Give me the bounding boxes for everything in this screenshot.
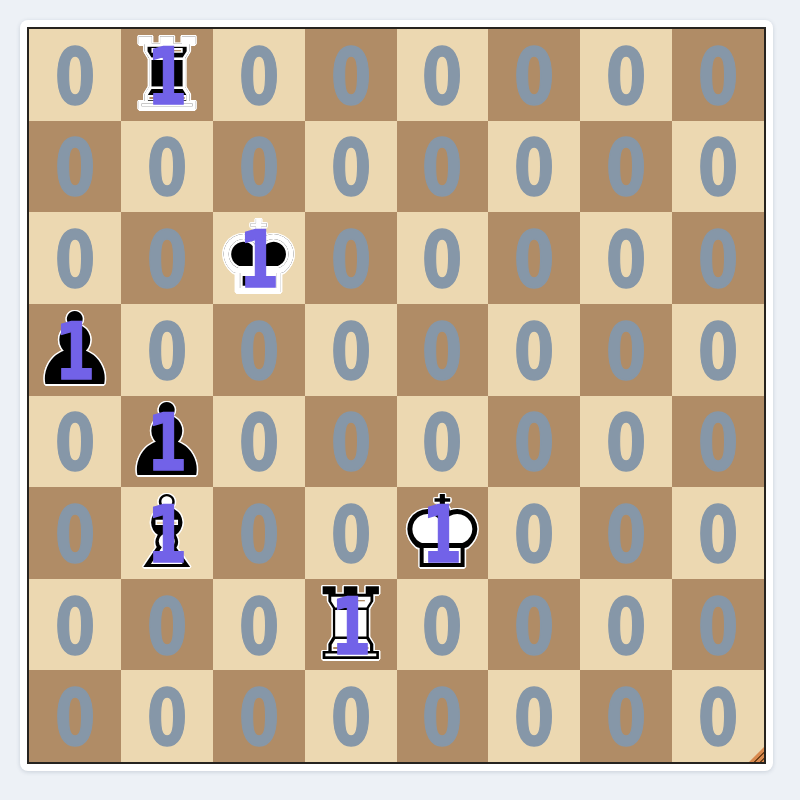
square-count-g5: 0 [606,312,646,390]
square-count-f5: 0 [514,312,554,390]
square-b5[interactable]: 0 [121,304,213,396]
square-count-h4: 0 [698,404,738,482]
square-count-d5: 0 [330,312,370,390]
square-c3[interactable]: 0 [213,487,305,579]
square-count-g6: 0 [606,221,646,299]
square-count-g8: 0 [606,37,646,115]
square-h2[interactable]: 0 [672,579,764,671]
square-b3[interactable]: ♝♗1 [121,487,213,579]
square-d1[interactable]: 0 [305,670,397,762]
square-count-e1: 0 [422,679,462,757]
square-h8[interactable]: 0 [672,29,764,121]
square-count-b4: 1 [147,404,187,482]
square-count-h2: 0 [698,587,738,665]
square-count-a8: 0 [55,37,95,115]
square-count-b6: 0 [147,221,187,299]
square-f8[interactable]: 0 [488,29,580,121]
square-b1[interactable]: 0 [121,670,213,762]
square-count-d7: 0 [330,129,370,207]
square-count-e8: 0 [422,37,462,115]
square-b8[interactable]: ♜♖1 [121,29,213,121]
square-f6[interactable]: 0 [488,212,580,304]
square-a6[interactable]: 0 [29,212,121,304]
square-d6[interactable]: 0 [305,212,397,304]
square-count-g2: 0 [606,587,646,665]
square-f5[interactable]: 0 [488,304,580,396]
square-count-a7: 0 [55,129,95,207]
square-count-a4: 0 [55,404,95,482]
square-a3[interactable]: 0 [29,487,121,579]
square-count-a5: 1 [55,312,95,390]
square-count-a6: 0 [55,221,95,299]
square-count-f8: 0 [514,37,554,115]
square-count-e7: 0 [422,129,462,207]
square-count-a2: 0 [55,587,95,665]
square-count-h6: 0 [698,221,738,299]
square-count-d8: 0 [330,37,370,115]
square-g2[interactable]: 0 [580,579,672,671]
square-count-f2: 0 [514,587,554,665]
square-e4[interactable]: 0 [397,396,489,488]
square-g3[interactable]: 0 [580,487,672,579]
square-a2[interactable]: 0 [29,579,121,671]
square-count-b1: 0 [147,679,187,757]
square-g6[interactable]: 0 [580,212,672,304]
square-count-b5: 0 [147,312,187,390]
square-f7[interactable]: 0 [488,121,580,213]
square-a1[interactable]: 0 [29,670,121,762]
square-e8[interactable]: 0 [397,29,489,121]
square-count-h8: 0 [698,37,738,115]
square-f2[interactable]: 0 [488,579,580,671]
square-d4[interactable]: 0 [305,396,397,488]
square-b4[interactable]: ♟1 [121,396,213,488]
square-c1[interactable]: 0 [213,670,305,762]
square-count-c1: 0 [239,679,279,757]
square-c8[interactable]: 0 [213,29,305,121]
page-background: 0♜♖10000000000000000♚♔100000♟100000000♟1… [0,0,800,800]
square-count-h1: 0 [698,679,738,757]
square-c2[interactable]: 0 [213,579,305,671]
square-e3[interactable]: ♚♔1 [397,487,489,579]
square-g7[interactable]: 0 [580,121,672,213]
square-count-d1: 0 [330,679,370,757]
square-count-a1: 0 [55,679,95,757]
square-e6[interactable]: 0 [397,212,489,304]
square-e1[interactable]: 0 [397,670,489,762]
square-count-g3: 0 [606,495,646,573]
square-count-e6: 0 [422,221,462,299]
square-count-c2: 0 [239,587,279,665]
square-count-b2: 0 [147,587,187,665]
square-count-d4: 0 [330,404,370,482]
square-count-d2: 1 [330,587,370,665]
square-f1[interactable]: 0 [488,670,580,762]
square-count-e4: 0 [422,404,462,482]
square-g8[interactable]: 0 [580,29,672,121]
square-c5[interactable]: 0 [213,304,305,396]
square-count-f4: 0 [514,404,554,482]
square-h7[interactable]: 0 [672,121,764,213]
square-e5[interactable]: 0 [397,304,489,396]
square-count-g4: 0 [606,404,646,482]
square-count-f3: 0 [514,495,554,573]
square-count-b7: 0 [147,129,187,207]
chessboard: 0♜♖10000000000000000♚♔100000♟100000000♟1… [27,27,766,764]
square-count-g7: 0 [606,129,646,207]
square-count-c6: 1 [239,221,279,299]
square-c6[interactable]: ♚♔1 [213,212,305,304]
chessboard-card: 0♜♖10000000000000000♚♔100000♟100000000♟1… [20,20,773,771]
square-c7[interactable]: 0 [213,121,305,213]
square-count-c4: 0 [239,404,279,482]
square-h1[interactable]: 0 [672,670,764,762]
square-e2[interactable]: 0 [397,579,489,671]
square-count-g1: 0 [606,679,646,757]
square-count-b8: 1 [147,37,187,115]
square-h4[interactable]: 0 [672,396,764,488]
square-d5[interactable]: 0 [305,304,397,396]
square-h5[interactable]: 0 [672,304,764,396]
square-g1[interactable]: 0 [580,670,672,762]
square-b6[interactable]: 0 [121,212,213,304]
square-count-h3: 0 [698,495,738,573]
square-d8[interactable]: 0 [305,29,397,121]
square-d7[interactable]: 0 [305,121,397,213]
square-count-c7: 0 [239,129,279,207]
square-count-b3: 1 [147,495,187,573]
square-count-f7: 0 [514,129,554,207]
square-count-d6: 0 [330,221,370,299]
square-h6[interactable]: 0 [672,212,764,304]
square-e7[interactable]: 0 [397,121,489,213]
square-a7[interactable]: 0 [29,121,121,213]
square-count-c5: 0 [239,312,279,390]
square-d2[interactable]: ♜♖1 [305,579,397,671]
square-g4[interactable]: 0 [580,396,672,488]
square-count-e3: 1 [422,495,462,573]
square-d3[interactable]: 0 [305,487,397,579]
square-count-f6: 0 [514,221,554,299]
square-h3[interactable]: 0 [672,487,764,579]
square-count-e5: 0 [422,312,462,390]
square-count-a3: 0 [55,495,95,573]
square-count-h5: 0 [698,312,738,390]
square-b2[interactable]: 0 [121,579,213,671]
square-a8[interactable]: 0 [29,29,121,121]
square-count-h7: 0 [698,129,738,207]
square-count-c8: 0 [239,37,279,115]
square-a4[interactable]: 0 [29,396,121,488]
square-count-f1: 0 [514,679,554,757]
square-a5[interactable]: ♟1 [29,304,121,396]
square-count-c3: 0 [239,495,279,573]
square-c4[interactable]: 0 [213,396,305,488]
square-f4[interactable]: 0 [488,396,580,488]
square-count-d3: 0 [330,495,370,573]
square-g5[interactable]: 0 [580,304,672,396]
square-b7[interactable]: 0 [121,121,213,213]
square-count-e2: 0 [422,587,462,665]
square-f3[interactable]: 0 [488,487,580,579]
